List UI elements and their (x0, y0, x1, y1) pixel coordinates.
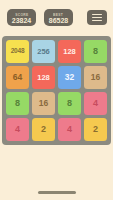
best-value: 86528 (49, 17, 68, 24)
tile-16: 16 (84, 66, 107, 89)
tile-128: 128 (58, 40, 81, 63)
app-screen: SCORE 23824 BEST 86528 20482561288641283… (0, 0, 113, 200)
score-label: SCORE (15, 13, 28, 16)
tile-16: 16 (32, 92, 55, 115)
tile-128: 128 (32, 66, 55, 89)
tile-8: 8 (84, 40, 107, 63)
tile-64: 64 (6, 66, 29, 89)
tile-4: 4 (58, 118, 81, 141)
tile-4: 4 (84, 92, 107, 115)
tile-2: 2 (32, 118, 55, 141)
tile-8: 8 (58, 92, 81, 115)
best-badge: BEST 86528 (44, 9, 73, 26)
tile-256: 256 (32, 40, 55, 63)
hamburger-menu-icon (92, 14, 102, 16)
game-board[interactable]: 20482561288641283216816844242 (2, 36, 111, 145)
tile-8: 8 (6, 92, 29, 115)
tile-4: 4 (6, 118, 29, 141)
score-value: 23824 (12, 17, 31, 24)
tile-2048: 2048 (6, 40, 29, 63)
best-label: BEST (54, 13, 64, 16)
home-indicator-bar[interactable] (38, 191, 76, 194)
tile-2: 2 (84, 118, 107, 141)
header: SCORE 23824 BEST 86528 (0, 0, 113, 26)
menu-button[interactable] (87, 10, 107, 25)
tile-32: 32 (58, 66, 81, 89)
score-badge: SCORE 23824 (7, 9, 36, 26)
